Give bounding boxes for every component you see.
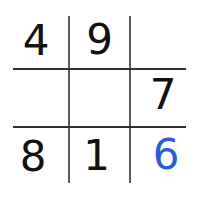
cell-r2c1[interactable]: 1 (69, 127, 130, 183)
digit: 1 (83, 135, 110, 177)
cell-r0c0[interactable]: 4 (13, 16, 69, 69)
cell-r1c0[interactable] (13, 69, 69, 127)
digit: 8 (20, 136, 47, 178)
cell-r2c0[interactable]: 8 (13, 127, 69, 183)
cell-r1c2[interactable]: 7 (130, 69, 186, 127)
cell-r0c1[interactable]: 9 (69, 16, 130, 69)
digit: 9 (86, 19, 113, 61)
digit: 7 (150, 74, 177, 116)
cell-r2c2[interactable]: 6 (130, 127, 186, 183)
sudoku-board: 4 9 7 8 1 6 (0, 0, 200, 200)
cell-r1c1[interactable] (69, 69, 130, 127)
digit: 6 (153, 134, 180, 176)
cell-grid: 4 9 7 8 1 6 (13, 16, 186, 183)
digit: 4 (23, 20, 50, 62)
cell-r0c2[interactable] (130, 16, 186, 69)
